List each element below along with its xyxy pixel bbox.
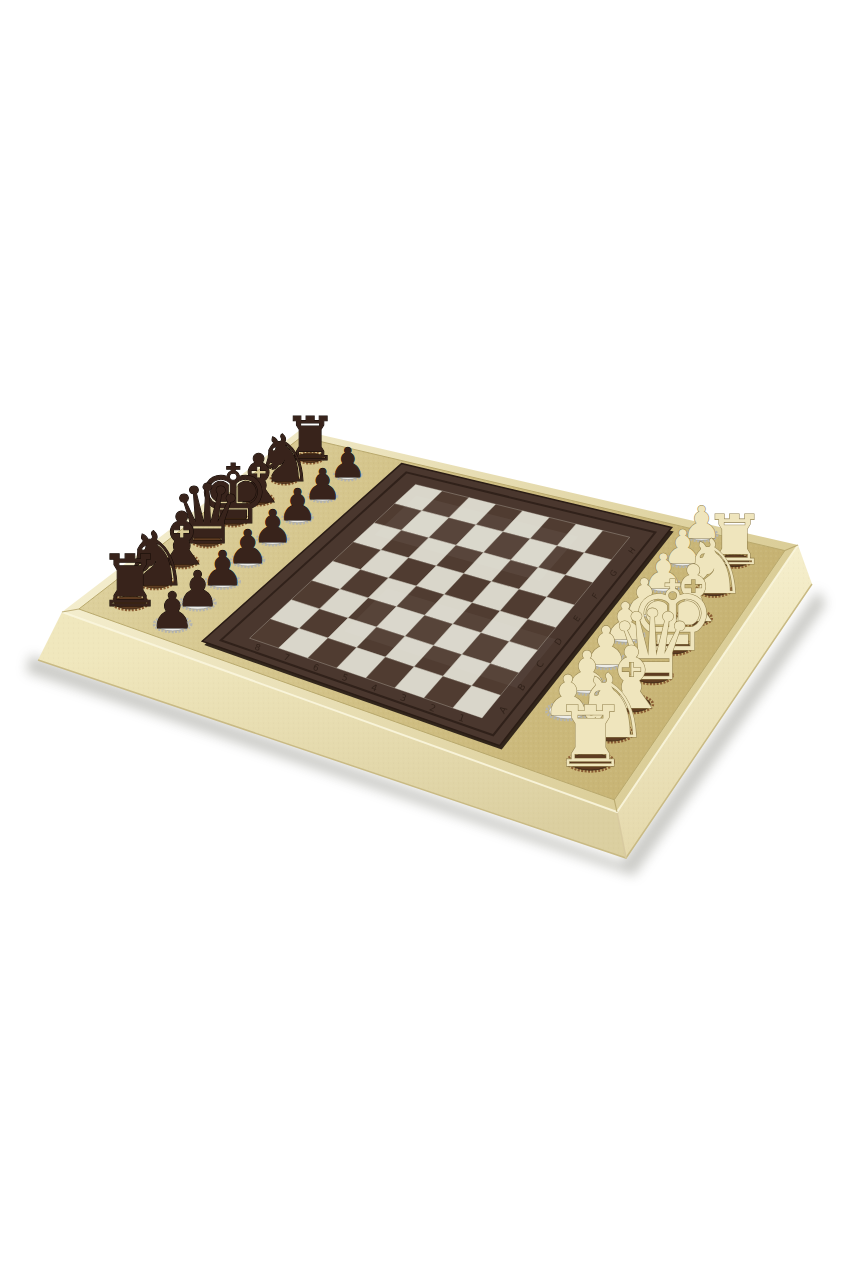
piece-light-rook[interactable]: ♜	[553, 688, 628, 786]
product-photo: 87654321HGFEDCBA♜♟♞♟♝♟♚♟♟♛♟♟♜♝♟♞♟♞♜♟♟♝♟♟…	[0, 0, 845, 1268]
chocolate-chess-set-scene: 87654321HGFEDCBA♜♟♞♟♝♟♚♟♟♛♟♟♜♝♟♞♟♞♜♟♟♝♟♟…	[0, 0, 845, 1268]
piece-dark-pawn[interactable]: ♟	[150, 581, 195, 640]
